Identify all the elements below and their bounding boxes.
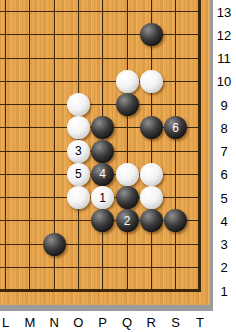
stone-black-P6[interactable]: 4	[91, 163, 114, 186]
stone-black-Q9[interactable]	[116, 93, 139, 116]
grid-line-row-13	[0, 11, 201, 12]
col-label-L: L	[2, 315, 9, 330]
move-number-label: 1	[99, 192, 106, 204]
grid-line-col-L	[5, 0, 6, 292]
column-coordinate-labels: LMNOPQRST	[0, 311, 213, 332]
move-number-label: 5	[75, 168, 82, 180]
row-label-2: 2	[213, 260, 235, 275]
row-label-10: 10	[213, 74, 235, 89]
col-label-Q: Q	[122, 315, 132, 330]
grid-line-row-1	[0, 289, 201, 292]
stone-black-P7[interactable]	[91, 140, 114, 163]
row-label-6: 6	[213, 167, 235, 182]
grid-line-col-Q	[127, 0, 128, 292]
stone-black-S4[interactable]	[164, 209, 187, 232]
go-app-window: 635412 13121110987654321 LMNOPQRST	[0, 0, 236, 332]
stone-black-Q5[interactable]	[116, 186, 139, 209]
row-label-5: 5	[213, 190, 235, 205]
stone-black-S8[interactable]: 6	[164, 116, 187, 139]
go-board[interactable]: 635412	[0, 0, 210, 305]
stone-black-R12[interactable]	[140, 23, 163, 46]
row-label-8: 8	[213, 120, 235, 135]
stone-white-O8[interactable]	[67, 116, 90, 139]
stone-white-O6[interactable]: 5	[67, 163, 90, 186]
grid-line-row-11	[0, 58, 201, 59]
row-label-3: 3	[213, 237, 235, 252]
stone-white-Q6[interactable]	[116, 163, 139, 186]
grid-line-row-10	[0, 81, 201, 82]
grid-line-col-S	[175, 0, 176, 292]
row-label-7: 7	[213, 144, 235, 159]
row-label-9: 9	[213, 97, 235, 112]
col-label-O: O	[73, 315, 83, 330]
col-label-T: T	[196, 315, 204, 330]
row-label-13: 13	[213, 4, 235, 19]
move-number-label: 4	[99, 168, 106, 180]
row-label-1: 1	[213, 283, 235, 298]
grid-line-row-12	[0, 34, 201, 35]
stone-white-R10[interactable]	[140, 70, 163, 93]
move-number-label: 6	[172, 122, 179, 134]
stone-black-R4[interactable]	[140, 209, 163, 232]
stone-black-P8[interactable]	[91, 116, 114, 139]
stone-black-R8[interactable]	[140, 116, 163, 139]
stone-white-O7[interactable]: 3	[67, 140, 90, 163]
row-coordinate-labels: 13121110987654321	[213, 0, 236, 311]
grid-line-col-M	[29, 0, 30, 292]
grid-line-row-9	[0, 104, 201, 105]
grid-line-col-T	[198, 0, 201, 292]
move-number-label: 2	[124, 215, 131, 227]
col-label-N: N	[49, 315, 58, 330]
col-label-P: P	[98, 315, 107, 330]
stone-white-P5[interactable]: 1	[91, 186, 114, 209]
col-label-M: M	[24, 315, 35, 330]
grid-line-row-3	[0, 244, 201, 245]
stone-white-O9[interactable]	[67, 93, 90, 116]
stone-black-N3[interactable]	[43, 233, 66, 256]
stone-white-O5[interactable]	[67, 186, 90, 209]
row-label-12: 12	[213, 27, 235, 42]
grid-line-row-2	[0, 267, 201, 268]
row-label-4: 4	[213, 213, 235, 228]
stone-white-R6[interactable]	[140, 163, 163, 186]
col-label-R: R	[147, 315, 156, 330]
move-number-label: 3	[75, 145, 82, 157]
stone-white-R5[interactable]	[140, 186, 163, 209]
row-label-11: 11	[213, 51, 235, 66]
stone-black-Q4[interactable]: 2	[116, 209, 139, 232]
stone-black-P4[interactable]	[91, 209, 114, 232]
stone-white-Q10[interactable]	[116, 70, 139, 93]
col-label-S: S	[171, 315, 180, 330]
